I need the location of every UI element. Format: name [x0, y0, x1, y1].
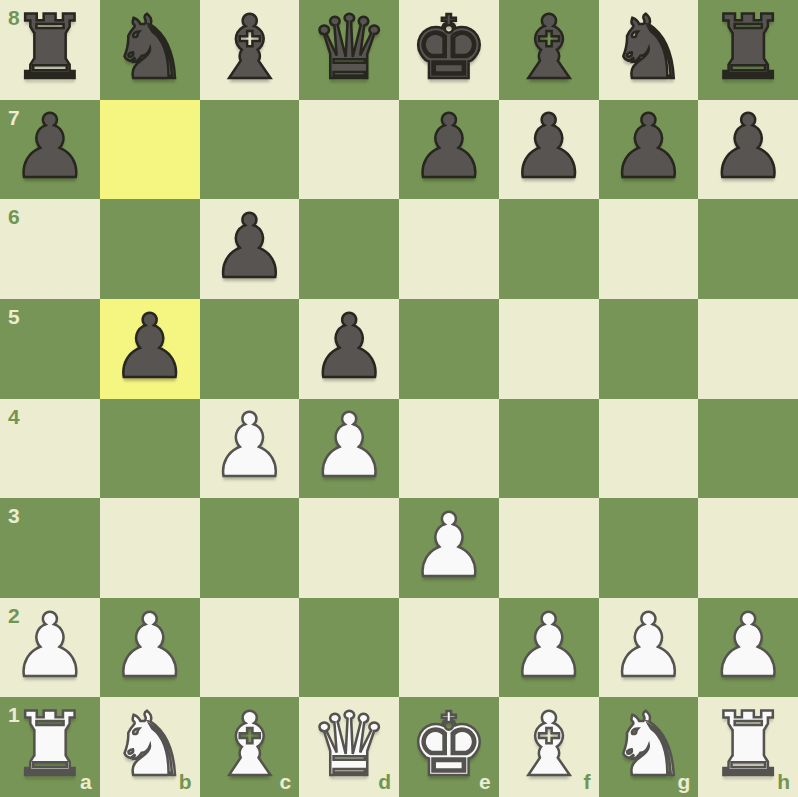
square-b6[interactable] [100, 199, 200, 299]
white-pawn[interactable]: ♟ [310, 402, 389, 490]
square-h1[interactable]: h♜ [698, 697, 798, 797]
square-f3[interactable] [499, 498, 599, 598]
square-e3[interactable]: ♟ [399, 498, 499, 598]
square-f5[interactable] [499, 299, 599, 399]
square-e4[interactable] [399, 399, 499, 499]
square-f6[interactable] [499, 199, 599, 299]
square-b5[interactable]: ♟ [100, 299, 200, 399]
white-pawn[interactable]: ♟ [110, 602, 189, 690]
black-pawn[interactable]: ♟ [609, 103, 688, 191]
black-king[interactable]: ♚ [409, 4, 488, 92]
black-queen[interactable]: ♛ [310, 4, 389, 92]
square-a2[interactable]: 2♟ [0, 598, 100, 698]
white-pawn[interactable]: ♟ [210, 402, 289, 490]
black-knight[interactable]: ♞ [110, 4, 189, 92]
square-d1[interactable]: d♛ [299, 697, 399, 797]
square-g3[interactable] [599, 498, 699, 598]
white-king[interactable]: ♚ [409, 701, 488, 789]
square-d6[interactable] [299, 199, 399, 299]
square-g4[interactable] [599, 399, 699, 499]
square-f4[interactable] [499, 399, 599, 499]
square-f1[interactable]: f♝ [499, 697, 599, 797]
square-e2[interactable] [399, 598, 499, 698]
rank-label-6: 6 [8, 206, 20, 227]
square-g2[interactable]: ♟ [599, 598, 699, 698]
square-d7[interactable] [299, 100, 399, 200]
rank-label-5: 5 [8, 306, 20, 327]
square-a4[interactable]: 4 [0, 399, 100, 499]
square-f2[interactable]: ♟ [499, 598, 599, 698]
white-pawn[interactable]: ♟ [509, 602, 588, 690]
white-pawn[interactable]: ♟ [609, 602, 688, 690]
square-b3[interactable] [100, 498, 200, 598]
square-h4[interactable] [698, 399, 798, 499]
rank-label-3: 3 [8, 505, 20, 526]
white-knight[interactable]: ♞ [609, 701, 688, 789]
square-b1[interactable]: b♞ [100, 697, 200, 797]
square-h3[interactable] [698, 498, 798, 598]
black-pawn[interactable]: ♟ [509, 103, 588, 191]
square-e8[interactable]: ♚ [399, 0, 499, 100]
square-d5[interactable]: ♟ [299, 299, 399, 399]
chess-board: 8♜♞♝♛♚♝♞♜7♟♟♟♟♟6♟5♟♟4♟♟3♟2♟♟♟♟♟1a♜b♞c♝d♛… [0, 0, 798, 797]
square-a6[interactable]: 6 [0, 199, 100, 299]
square-a1[interactable]: 1a♜ [0, 697, 100, 797]
white-pawn[interactable]: ♟ [709, 602, 788, 690]
black-rook[interactable]: ♜ [10, 4, 89, 92]
white-knight[interactable]: ♞ [110, 701, 189, 789]
white-rook[interactable]: ♜ [10, 701, 89, 789]
square-h7[interactable]: ♟ [698, 100, 798, 200]
square-c8[interactable]: ♝ [200, 0, 300, 100]
black-pawn[interactable]: ♟ [110, 303, 189, 391]
square-d3[interactable] [299, 498, 399, 598]
square-g5[interactable] [599, 299, 699, 399]
square-b7[interactable] [100, 100, 200, 200]
square-c7[interactable] [200, 100, 300, 200]
square-f8[interactable]: ♝ [499, 0, 599, 100]
square-c6[interactable]: ♟ [200, 199, 300, 299]
black-pawn[interactable]: ♟ [10, 103, 89, 191]
square-a7[interactable]: 7♟ [0, 100, 100, 200]
black-knight[interactable]: ♞ [609, 4, 688, 92]
black-bishop[interactable]: ♝ [210, 4, 289, 92]
white-queen[interactable]: ♛ [310, 701, 389, 789]
square-f7[interactable]: ♟ [499, 100, 599, 200]
square-b8[interactable]: ♞ [100, 0, 200, 100]
square-d4[interactable]: ♟ [299, 399, 399, 499]
square-d2[interactable] [299, 598, 399, 698]
square-d8[interactable]: ♛ [299, 0, 399, 100]
square-a3[interactable]: 3 [0, 498, 100, 598]
white-rook[interactable]: ♜ [709, 701, 788, 789]
white-bishop[interactable]: ♝ [210, 701, 289, 789]
square-e6[interactable] [399, 199, 499, 299]
rank-label-4: 4 [8, 406, 20, 427]
square-e5[interactable] [399, 299, 499, 399]
black-rook[interactable]: ♜ [709, 4, 788, 92]
square-b4[interactable] [100, 399, 200, 499]
square-g1[interactable]: g♞ [599, 697, 699, 797]
black-bishop[interactable]: ♝ [509, 4, 588, 92]
square-h6[interactable] [698, 199, 798, 299]
square-b2[interactable]: ♟ [100, 598, 200, 698]
square-a8[interactable]: 8♜ [0, 0, 100, 100]
square-e7[interactable]: ♟ [399, 100, 499, 200]
square-h2[interactable]: ♟ [698, 598, 798, 698]
black-pawn[interactable]: ♟ [310, 303, 389, 391]
square-c3[interactable] [200, 498, 300, 598]
square-h5[interactable] [698, 299, 798, 399]
square-a5[interactable]: 5 [0, 299, 100, 399]
square-g6[interactable] [599, 199, 699, 299]
square-g8[interactable]: ♞ [599, 0, 699, 100]
white-bishop[interactable]: ♝ [509, 701, 588, 789]
white-pawn[interactable]: ♟ [409, 502, 488, 590]
black-pawn[interactable]: ♟ [409, 103, 488, 191]
square-h8[interactable]: ♜ [698, 0, 798, 100]
square-e1[interactable]: e♚ [399, 697, 499, 797]
black-pawn[interactable]: ♟ [210, 203, 289, 291]
white-pawn[interactable]: ♟ [10, 602, 89, 690]
square-c4[interactable]: ♟ [200, 399, 300, 499]
square-c2[interactable] [200, 598, 300, 698]
square-c1[interactable]: c♝ [200, 697, 300, 797]
black-pawn[interactable]: ♟ [709, 103, 788, 191]
square-c5[interactable] [200, 299, 300, 399]
square-g7[interactable]: ♟ [599, 100, 699, 200]
